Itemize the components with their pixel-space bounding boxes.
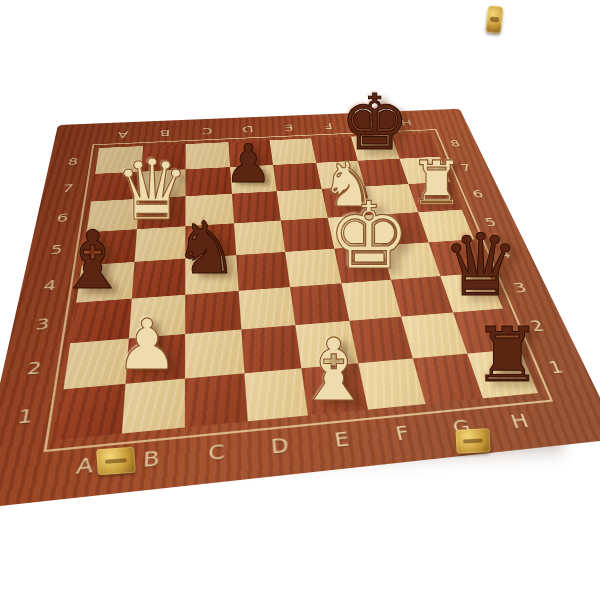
- square-d5[interactable]: [234, 220, 286, 255]
- file-label-top-F: F: [323, 121, 334, 129]
- square-e6[interactable]: [277, 189, 327, 220]
- square-d2[interactable]: [241, 325, 301, 373]
- piece-black-bishop-a4[interactable]: ♝: [57, 220, 129, 300]
- rank-label-right-8: 8: [449, 139, 463, 148]
- rank-label-left-1: 1: [16, 407, 36, 427]
- square-d4[interactable]: [236, 252, 290, 291]
- rank-label-left-7: 7: [61, 183, 75, 194]
- square-a1[interactable]: [56, 383, 125, 440]
- file-label-bottom-D: D: [270, 435, 291, 457]
- rank-label-left-8: 8: [67, 157, 80, 167]
- file-label-top-A: A: [116, 130, 128, 139]
- square-c2[interactable]: [185, 330, 244, 379]
- file-label-bottom-F: F: [394, 423, 412, 443]
- piece-white-king-f4[interactable]: ♚: [327, 190, 410, 283]
- square-b1[interactable]: [121, 378, 185, 434]
- file-label-bottom-A: A: [75, 455, 95, 478]
- brass-hinge-right-icon: [455, 428, 490, 454]
- square-e5[interactable]: [281, 217, 334, 251]
- piece-black-rook-h1[interactable]: ♜: [473, 318, 541, 394]
- rank-label-left-2: 2: [26, 359, 44, 377]
- file-label-bottom-C: C: [208, 442, 226, 464]
- square-d6[interactable]: [232, 191, 281, 223]
- piece-white-rook-h6[interactable]: ♜: [409, 153, 463, 213]
- rank-label-right-1: 1: [546, 359, 567, 376]
- square-c1[interactable]: [185, 373, 247, 428]
- file-label-top-E: E: [282, 123, 293, 132]
- file-label-top-B: B: [159, 128, 171, 137]
- chess-photo-scene: { "game": "chess", "scene": { "descripti…: [0, 0, 600, 600]
- file-label-bottom-E: E: [333, 429, 352, 450]
- square-c8[interactable]: [186, 142, 230, 169]
- piece-black-queen-h3[interactable]: ♛: [442, 221, 519, 307]
- brass-hinge-left-icon: [96, 447, 136, 476]
- square-e7[interactable]: [273, 163, 321, 192]
- piece-white-bishop-e1[interactable]: ♝: [295, 328, 373, 415]
- square-e8[interactable]: [270, 138, 316, 164]
- piece-black-pawn-d7[interactable]: ♟: [225, 138, 273, 191]
- file-label-bottom-B: B: [143, 448, 162, 470]
- file-label-top-C: C: [201, 126, 213, 135]
- piece-black-knight-c4[interactable]: ♞: [174, 212, 239, 284]
- rank-label-left-3: 3: [34, 317, 51, 333]
- rank-label-right-6: 6: [471, 189, 486, 200]
- file-label-bottom-H: H: [508, 411, 532, 431]
- piece-white-pawn-b2[interactable]: ♟: [116, 310, 179, 380]
- brass-clasp-icon: [486, 5, 504, 33]
- square-d3[interactable]: [238, 287, 295, 330]
- square-c3[interactable]: [185, 290, 241, 334]
